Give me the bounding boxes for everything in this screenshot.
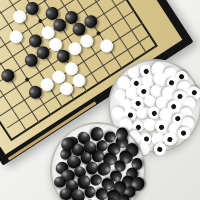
magnet-dot	[159, 124, 166, 131]
magnet-dot	[167, 136, 173, 142]
magnet-dot	[177, 94, 182, 99]
magnet-dot	[170, 103, 177, 110]
magnet-dot	[179, 74, 186, 81]
scene: ●●●●●●●●●●●●○○○○○○○○○○○○ ○○○○○○○○○○○○○○○…	[0, 0, 200, 200]
white-stone-on-board: ○	[98, 36, 116, 54]
magnet-dot	[142, 67, 149, 74]
magnet-dot	[181, 130, 187, 136]
magnet-dot	[150, 109, 157, 116]
magnet-dot	[143, 136, 148, 141]
magnet-dot	[157, 146, 164, 153]
magnet-dot	[141, 88, 148, 95]
magnet-dot	[135, 100, 141, 106]
white-stone-on-board: ○	[7, 27, 25, 45]
magnet-dot	[169, 80, 176, 87]
magnet-dot	[190, 89, 197, 96]
